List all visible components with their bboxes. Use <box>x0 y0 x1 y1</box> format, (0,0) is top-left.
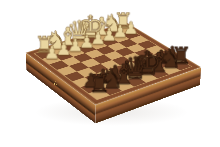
chess-piece-white-pawn[interactable]: ♟ <box>44 44 60 62</box>
brass-clasp-icon <box>54 80 59 88</box>
chess-box: ♜♞♝♛♚♝♞♜♟♟♟♟♟♟♟♟♟♟♟♟♟♟♟♟♜♞♝♛♚♝♞♜ <box>26 22 202 105</box>
product-photo-chess-set: ♜♞♝♛♚♝♞♜♟♟♟♟♟♟♟♟♟♟♟♟♟♟♟♟♜♞♝♛♚♝♞♜ <box>0 0 220 147</box>
chess-piece-black-rook[interactable]: ♜ <box>88 72 110 97</box>
